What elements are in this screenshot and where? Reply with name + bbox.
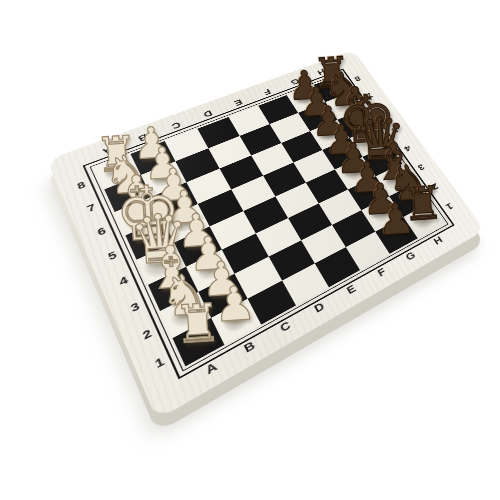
chess-set-photo: AABBCCDDEEFFGGHH8877665544332211 ♜♞♝♛♚♝♞… bbox=[0, 0, 500, 500]
